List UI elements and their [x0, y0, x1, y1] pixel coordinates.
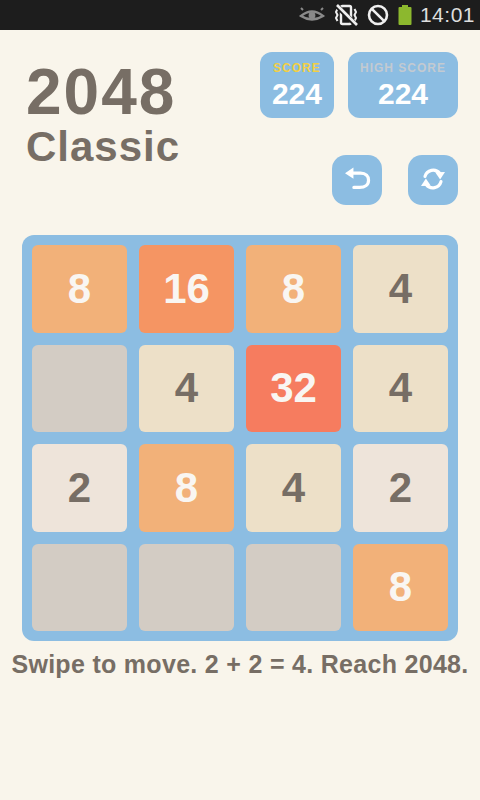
eye-icon: [298, 5, 326, 25]
refresh-arrows-icon: [417, 163, 449, 198]
header: 2048 Classic SCORE 224 HIGH SCORE 224: [0, 30, 480, 205]
tile-4-r1c4: 4: [353, 245, 448, 333]
empty-cell-r4c1: [32, 544, 127, 632]
score-row: SCORE 224 HIGH SCORE 224: [260, 52, 458, 118]
high-score-label: HIGH SCORE: [360, 61, 446, 75]
score-value: 224: [272, 77, 322, 111]
empty-cell-r4c2: [139, 544, 234, 632]
tile-8-r1c1: 8: [32, 245, 127, 333]
score-label: SCORE: [272, 61, 322, 75]
high-score-box: HIGH SCORE 224: [348, 52, 458, 118]
tile-4-r3c3: 4: [246, 444, 341, 532]
board[interactable]: 81684432428428: [22, 235, 458, 641]
tile-4-r2c4: 4: [353, 345, 448, 433]
undo-button[interactable]: [332, 155, 382, 205]
restart-button[interactable]: [408, 155, 458, 205]
status-bar: 14:01: [0, 0, 480, 30]
tile-4-r2c2: 4: [139, 345, 234, 433]
hud: SCORE 224 HIGH SCORE 224: [260, 52, 458, 205]
hint-text: Swipe to move. 2 + 2 = 4. Reach 2048.: [0, 650, 480, 679]
empty-cell-r4c3: [246, 544, 341, 632]
empty-cell-r2c1: [32, 345, 127, 433]
button-row: [332, 155, 458, 205]
undo-arrow-icon: [341, 163, 373, 198]
battery-icon: [397, 3, 413, 27]
tile-8-r3c2: 8: [139, 444, 234, 532]
tile-2-r3c4: 2: [353, 444, 448, 532]
app-title: 2048: [26, 60, 180, 124]
score-box: SCORE 224: [260, 52, 334, 118]
no-signal-icon: [366, 3, 390, 27]
title-block: 2048 Classic: [26, 52, 180, 205]
vibrate-off-icon: [333, 3, 359, 27]
tile-32-r2c3: 32: [246, 345, 341, 433]
tile-2-r3c1: 2: [32, 444, 127, 532]
tile-8-r4c4: 8: [353, 544, 448, 632]
app-subtitle: Classic: [26, 126, 180, 168]
high-score-value: 224: [360, 77, 446, 111]
status-time: 14:01: [420, 3, 477, 27]
tile-16-r1c2: 16: [139, 245, 234, 333]
tile-8-r1c3: 8: [246, 245, 341, 333]
